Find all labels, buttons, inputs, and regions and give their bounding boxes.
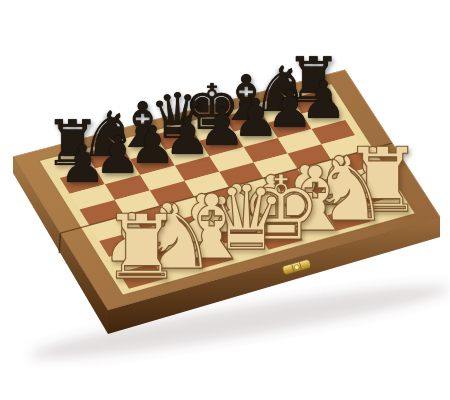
fold-seam-side-notch [59,233,60,253]
black-pawn[interactable]: ♟ [59,138,106,190]
white-rook[interactable]: ♜ [102,203,182,292]
chess-set-photo: ♜♞♟♝♟♚♟♛♟♝♟♞♟♜♟♟♟♟♜♟♞♟♝♟♚♟♛♟♝♟♞♜ [0,0,450,400]
